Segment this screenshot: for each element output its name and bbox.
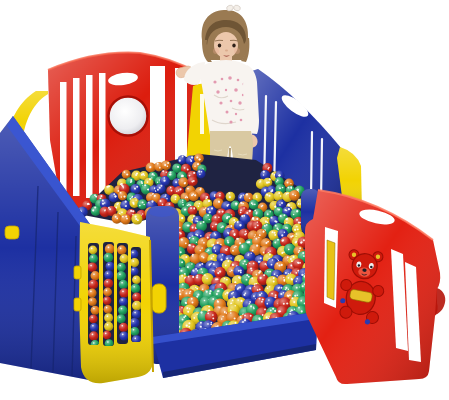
ball-speckle	[264, 225, 266, 227]
ball	[89, 331, 98, 340]
ball-speckle	[279, 174, 281, 176]
ball-speckle	[274, 242, 276, 244]
ball-speckle	[182, 290, 183, 291]
ball-speckle	[227, 241, 229, 243]
ball-speckle	[274, 296, 276, 298]
ball-speckle	[196, 276, 198, 278]
ball-speckle	[151, 200, 153, 202]
ball-speckle	[249, 287, 251, 289]
ball-speckle	[177, 166, 179, 168]
ball-speckle	[93, 308, 95, 310]
ball-speckle	[159, 167, 161, 169]
ball-speckle	[137, 219, 139, 221]
ball	[178, 177, 188, 187]
ball	[130, 258, 139, 267]
ball-speckle	[197, 163, 199, 165]
ball-speckle	[259, 270, 261, 272]
ball-speckle	[152, 173, 154, 175]
ball-speckle	[222, 211, 224, 213]
ball-speckle	[231, 269, 233, 271]
ball-speckle	[184, 167, 186, 169]
print-dot	[229, 120, 232, 123]
ball-speckle	[189, 308, 191, 310]
ball-speckle	[105, 333, 107, 335]
ball-speckle	[293, 214, 295, 216]
ball-speckle	[108, 207, 110, 209]
ball-speckle	[211, 257, 213, 259]
ball-speckle	[250, 267, 252, 269]
ball-speckle	[192, 193, 194, 195]
ball-speckle	[282, 239, 284, 241]
ball-speckle	[272, 259, 274, 261]
ball-speckle	[248, 241, 250, 243]
round-window	[109, 97, 148, 136]
ball-speckle	[295, 272, 297, 274]
ball-speckle	[203, 257, 205, 259]
ball-speckle	[132, 210, 134, 212]
ball-speckle	[296, 287, 298, 289]
ball-speckle	[200, 311, 202, 313]
ball-speckle	[252, 249, 254, 251]
ball-speckle	[196, 156, 198, 158]
ball-speckle	[179, 232, 181, 234]
ball-speckle	[202, 288, 204, 290]
ball-speckle	[230, 257, 231, 258]
ball-speckle	[157, 162, 159, 164]
ball-speckle	[185, 302, 187, 304]
ball-speckle	[291, 297, 293, 299]
ball-speckle	[197, 294, 199, 296]
ball	[91, 271, 100, 280]
ball-speckle	[278, 310, 280, 312]
ball	[137, 199, 147, 209]
print-dot	[237, 79, 240, 82]
ball-speckle	[264, 308, 266, 310]
ball-speckle	[225, 249, 227, 251]
ball	[188, 206, 198, 216]
ball-speckle	[150, 166, 152, 168]
ball-speckle	[121, 196, 123, 198]
ball-speckle	[226, 312, 228, 314]
ball-speckle	[185, 242, 187, 244]
ball-speckle	[175, 199, 177, 201]
ball-speckle	[182, 201, 183, 202]
ball	[90, 323, 99, 332]
ball-speckle	[226, 292, 228, 294]
ball-speckle	[296, 210, 298, 212]
ball-speckle	[261, 205, 263, 207]
ball-speckle	[293, 256, 295, 258]
ball-speckle	[135, 216, 137, 218]
ball-speckle	[259, 288, 261, 290]
ball-speckle	[249, 301, 251, 303]
ball-speckle	[186, 325, 188, 327]
ball-speckle	[203, 221, 205, 223]
ball-speckle	[252, 217, 254, 219]
ball-speckle	[240, 212, 242, 214]
ball-speckle	[217, 272, 219, 274]
ball-speckle	[244, 260, 246, 262]
ball-speckle	[227, 260, 229, 262]
ball-speckle	[219, 193, 221, 195]
ball-speckle	[182, 175, 184, 177]
ball-speckle	[210, 323, 212, 325]
ball-speckle	[201, 239, 202, 240]
ball	[189, 191, 199, 201]
ball-speckle	[242, 203, 244, 205]
ball-speckle	[170, 172, 172, 174]
print-dot	[234, 88, 238, 92]
ball-speckle	[203, 208, 205, 210]
ball-speckle	[243, 215, 245, 217]
ball-speckle	[219, 270, 221, 272]
ball-speckle	[277, 239, 279, 241]
ball-speckle	[239, 286, 241, 288]
ball	[132, 276, 141, 285]
ball-speckle	[245, 231, 247, 233]
ball-speckle	[229, 192, 231, 194]
yellow-hinge-strip	[327, 240, 335, 300]
ball-speckle	[271, 293, 273, 295]
ball-speckle	[289, 313, 291, 315]
ball-speckle	[218, 217, 220, 219]
ball-speckle	[269, 254, 271, 256]
ball-speckle	[226, 279, 228, 281]
ball-speckle	[196, 313, 198, 315]
ball-speckle	[263, 174, 265, 176]
ball-speckle	[190, 207, 192, 209]
ball-speckle	[237, 288, 239, 290]
ball-speckle	[187, 224, 189, 226]
ball-speckle	[250, 305, 252, 307]
ball-speckle	[224, 312, 225, 313]
ball-speckle	[264, 189, 266, 191]
ball-speckle	[274, 234, 276, 236]
post-slit	[200, 94, 204, 134]
ball	[106, 262, 115, 271]
ball-speckle	[120, 248, 122, 250]
ball-speckle	[185, 197, 187, 199]
ball-speckle	[109, 208, 111, 210]
ball-speckle	[259, 234, 261, 236]
ball-speckle	[191, 156, 193, 158]
ball-speckle	[201, 171, 203, 173]
left-eye	[218, 43, 221, 47]
ball-speckle	[267, 287, 268, 288]
ball-speckle	[248, 276, 250, 278]
print-dot	[221, 78, 224, 81]
ball	[89, 246, 98, 255]
ball-speckle	[176, 190, 178, 192]
ball-speckle	[246, 212, 248, 214]
ball-speckle	[207, 312, 209, 314]
ball-speckle	[258, 237, 259, 238]
ball-speckle	[94, 206, 96, 208]
ball-speckle	[135, 295, 137, 297]
ball-speckle	[227, 240, 229, 242]
ball-speckle	[229, 196, 231, 198]
ball-speckle	[257, 289, 259, 291]
ball-speckle	[215, 224, 217, 226]
ball-speckle	[122, 216, 124, 218]
ball-speckle	[126, 173, 128, 175]
ball	[104, 253, 114, 263]
ball	[88, 297, 97, 306]
ball-speckle	[295, 242, 297, 244]
ball-speckle	[121, 282, 123, 284]
post-top-highlight	[149, 207, 175, 217]
ball	[103, 296, 112, 305]
ball-speckle	[147, 181, 149, 183]
ball-speckle	[244, 315, 246, 317]
ball-speckle	[231, 293, 233, 295]
ball-speckle	[285, 227, 287, 229]
ball-speckle	[296, 233, 298, 235]
ball-speckle	[283, 214, 285, 216]
ball-speckle	[196, 288, 198, 290]
ball-speckle	[201, 263, 203, 265]
blush	[234, 48, 240, 54]
slat-gap	[73, 78, 80, 196]
ball-speckle	[286, 193, 288, 195]
ball-speckle	[144, 184, 146, 186]
ball-speckle	[132, 252, 134, 254]
ball-speckle	[189, 292, 191, 294]
ball-speckle	[122, 256, 124, 258]
ball-speckle	[242, 246, 244, 248]
ball-speckle	[274, 310, 276, 312]
ball-speckle	[270, 211, 271, 212]
ball-speckle	[230, 312, 232, 314]
ball-speckle	[170, 187, 172, 189]
ball-speckle	[169, 174, 171, 176]
ball-speckle	[123, 195, 125, 197]
ball-speckle	[196, 217, 198, 219]
ball-speckle	[287, 182, 289, 184]
ball-speckle	[232, 299, 234, 301]
ball-speckle	[244, 292, 246, 294]
ball	[119, 288, 129, 298]
ball-speckle	[187, 205, 189, 207]
ball-speckle	[266, 242, 267, 243]
ball-speckle	[295, 195, 297, 197]
ball-speckle	[163, 180, 165, 182]
ball-speckle	[201, 247, 203, 249]
ball-speckle	[134, 188, 136, 190]
ball-speckle	[116, 203, 118, 205]
front-left-yellow-gate	[74, 222, 153, 383]
ball-speckle	[124, 171, 126, 173]
ball	[88, 280, 98, 290]
ball-speckle	[107, 315, 109, 317]
ball-speckle	[199, 264, 201, 266]
ball-speckle	[272, 231, 274, 233]
ball-speckle	[219, 307, 221, 309]
ball-speckle	[168, 203, 170, 205]
ball-speckle	[114, 196, 116, 198]
ball-speckle	[293, 301, 295, 303]
ball-speckle	[287, 256, 289, 258]
ball-speckle	[196, 241, 197, 242]
ball	[155, 183, 165, 193]
ball-speckle	[302, 252, 304, 254]
ball-speckle	[240, 300, 242, 302]
ball-speckle	[198, 170, 200, 172]
ball-speckle	[281, 202, 283, 204]
ball-speckle	[285, 287, 287, 289]
ball-speckle	[211, 207, 213, 209]
ball-speckle	[252, 204, 254, 206]
ball-speckle	[181, 217, 183, 219]
ball-speckle	[240, 316, 242, 318]
ball-speckle	[227, 216, 229, 218]
ball-speckle	[117, 190, 119, 192]
ball-speckle	[263, 231, 264, 232]
ball-speckle	[276, 263, 277, 264]
ball	[130, 250, 139, 259]
ball-speckle	[126, 205, 128, 207]
ball-speckle	[166, 172, 167, 173]
ball-speckle	[214, 232, 216, 234]
ball-speckle	[164, 164, 166, 166]
ball-speckle	[294, 295, 296, 297]
ball	[117, 263, 126, 272]
ball-speckle	[247, 254, 249, 256]
ball-speckle	[257, 222, 258, 223]
ball-speckle	[287, 295, 289, 297]
ball-speckle	[108, 247, 110, 249]
ball-speckle	[143, 204, 145, 206]
ball-speckle	[291, 260, 293, 262]
ball-speckle	[217, 300, 219, 302]
ball-speckle	[288, 289, 289, 290]
ball-speckle	[239, 197, 241, 199]
ball-speckle	[107, 324, 109, 326]
print-dot	[230, 100, 233, 103]
ball-speckle	[133, 329, 135, 331]
ball-speckle	[297, 228, 299, 230]
ball-speckle	[239, 224, 241, 226]
blush	[213, 48, 219, 54]
ball-speckle	[190, 291, 192, 293]
ball-speckle	[132, 269, 134, 271]
ball-speckle	[242, 321, 244, 323]
ball-speckle	[260, 180, 262, 182]
ball-speckle	[242, 263, 244, 265]
ball-speckle	[283, 303, 285, 305]
ball-speckle	[271, 190, 273, 192]
ball-speckle	[92, 325, 94, 327]
ball-speckle	[141, 181, 143, 183]
ball-speckle	[288, 248, 290, 250]
ball	[116, 271, 126, 281]
ball-speckle	[199, 203, 201, 205]
ball-speckle	[106, 290, 108, 292]
ball-speckle	[171, 190, 173, 192]
ball-speckle	[184, 182, 186, 184]
ball-speckle	[278, 264, 280, 266]
ball-speckle	[188, 326, 190, 328]
ball-speckle	[122, 291, 124, 293]
ball-speckle	[93, 273, 95, 275]
ball	[117, 245, 126, 254]
ball-speckle	[148, 202, 150, 204]
ball-speckle	[212, 314, 214, 316]
ball-speckle	[290, 186, 292, 188]
ball-speckle	[142, 213, 143, 214]
ball-speckle	[91, 282, 93, 284]
print-dot	[219, 101, 222, 104]
ball-speckle	[232, 230, 233, 231]
ball-speckle	[212, 226, 214, 228]
ball-speckle	[256, 195, 258, 197]
ball-speckle	[159, 187, 161, 189]
ball-speckle	[267, 218, 269, 220]
ball-speckle	[259, 294, 261, 296]
ball-speckle	[209, 211, 211, 213]
ball-speckle	[91, 248, 93, 250]
ball	[104, 305, 113, 314]
ball-speckle	[192, 238, 194, 240]
ball-speckle	[217, 290, 219, 292]
ball-speckle	[179, 290, 181, 292]
ball-speckle	[106, 281, 108, 283]
ball-speckle	[261, 292, 263, 294]
ball-speckle	[290, 183, 291, 184]
ball-speckle	[221, 227, 223, 229]
ball-speckle	[116, 218, 118, 220]
ball-speckle	[198, 205, 200, 207]
ball-speckle	[130, 210, 132, 212]
ball-speckle	[254, 203, 256, 205]
ball-speckle	[290, 258, 292, 260]
ball-speckle	[268, 167, 270, 169]
ball-speckle	[256, 245, 258, 247]
ball-speckle	[133, 320, 135, 322]
ball-speckle	[204, 274, 206, 276]
ball-speckle	[288, 277, 290, 279]
product-photo	[0, 0, 449, 400]
ball-speckle	[226, 323, 228, 325]
ball	[104, 279, 113, 288]
ball-speckle	[209, 200, 211, 202]
ball-speckle	[249, 263, 250, 264]
nose	[225, 50, 228, 52]
ball-speckle	[119, 316, 121, 318]
ball-speckle	[92, 209, 94, 211]
ball-speckle	[179, 227, 181, 229]
ball-speckle	[135, 338, 137, 340]
ball	[104, 313, 113, 322]
ball	[130, 318, 140, 328]
ball-speckle	[243, 207, 244, 208]
ball-speckle	[125, 215, 127, 217]
ball-speckle	[166, 198, 168, 200]
ball-speckle	[290, 265, 292, 267]
ball-speckle	[192, 246, 194, 248]
ball-speckle	[286, 218, 288, 220]
ball-speckle	[179, 293, 181, 295]
ball-speckle	[199, 250, 201, 252]
ball-speckle	[297, 189, 299, 191]
ball-speckle	[256, 274, 258, 276]
ball-speckle	[208, 306, 210, 308]
ball-speckle	[180, 251, 182, 253]
ball-speckle	[206, 278, 208, 280]
ball-speckle	[226, 258, 228, 260]
ball-speckle	[218, 201, 220, 203]
ball-speckle	[104, 202, 106, 204]
